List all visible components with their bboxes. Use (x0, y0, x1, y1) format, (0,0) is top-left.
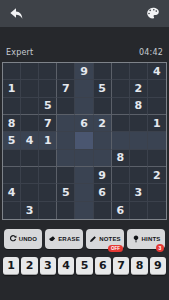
board-cell-r8c8[interactable]: 3 (130, 184, 148, 201)
board-cell-r2c2[interactable] (21, 80, 39, 97)
board-cell-r9c3[interactable] (39, 202, 57, 219)
hints-count-badge: 3 (156, 244, 164, 252)
board-cell-r8c1[interactable]: 4 (3, 184, 21, 201)
board-cell-r3c4[interactable] (57, 98, 75, 115)
board-cell-r9c2[interactable]: 3 (21, 202, 39, 219)
board-cell-r2c8[interactable]: 2 (130, 80, 148, 97)
hints-button[interactable]: HINTS 3 (127, 229, 165, 249)
board-cell-r6c3[interactable] (39, 150, 57, 167)
numpad-button-7[interactable]: 7 (113, 257, 129, 275)
board-cell-r7c9[interactable]: 2 (148, 167, 166, 184)
board-cell-r2c4[interactable]: 7 (57, 80, 75, 97)
board-cell-r5c1[interactable]: 5 (3, 132, 21, 149)
top-bar (0, 0, 169, 27)
numpad: 123456789 (0, 257, 169, 276)
erase-label: ERASE (58, 236, 80, 242)
board-cell-r9c8[interactable] (130, 202, 148, 219)
numpad-button-6[interactable]: 6 (95, 257, 111, 275)
board-cell-r5c9[interactable] (148, 132, 166, 149)
notes-button[interactable]: NOTES OFF (86, 229, 124, 249)
theme-button[interactable] (145, 6, 161, 22)
back-arrow-icon (9, 7, 23, 20)
board-cell-r8c9[interactable] (148, 184, 166, 201)
board-cell-r3c3[interactable]: 5 (39, 98, 57, 115)
board-cell-r8c5[interactable] (75, 184, 93, 201)
board-cell-r4c4[interactable] (57, 115, 75, 132)
back-button[interactable] (8, 6, 24, 22)
board-cell-r5c3[interactable]: 1 (39, 132, 57, 149)
board-cell-r7c2[interactable] (21, 167, 39, 184)
status-row: Expert 04:42 (0, 46, 169, 58)
board-cell-r2c3[interactable] (39, 80, 57, 97)
board-cell-r7c7[interactable] (112, 167, 130, 184)
board-cell-r1c2[interactable] (21, 63, 39, 80)
erase-button[interactable]: ERASE (45, 229, 83, 249)
sudoku-board: 9417525887621541892456336 (2, 62, 167, 220)
board-cell-r7c5[interactable] (75, 167, 93, 184)
board-cell-r6c6[interactable] (94, 150, 112, 167)
board-cell-r1c8[interactable] (130, 63, 148, 80)
board-cell-r6c7[interactable]: 8 (112, 150, 130, 167)
board-cell-r5c7[interactable] (112, 132, 130, 149)
board-cell-r6c5[interactable] (75, 150, 93, 167)
board-cell-r8c7[interactable] (112, 184, 130, 201)
board-cell-r9c5[interactable] (75, 202, 93, 219)
board-cell-r7c3[interactable] (39, 167, 57, 184)
board-cell-r4c3[interactable]: 7 (39, 115, 57, 132)
board-cell-r3c2[interactable] (21, 98, 39, 115)
numpad-button-2[interactable]: 2 (21, 257, 37, 275)
board-cell-r9c1[interactable] (3, 202, 21, 219)
board-cell-r4c9[interactable]: 1 (148, 115, 166, 132)
board-cell-r2c5[interactable] (75, 80, 93, 97)
board-cell-r2c1[interactable]: 1 (3, 80, 21, 97)
board-cell-r2c6[interactable]: 5 (94, 80, 112, 97)
board-cell-r3c6[interactable] (94, 98, 112, 115)
toolbar: UNDO ERASE NOTES OFF HINTS 3 (0, 229, 169, 250)
board-cell-r7c6[interactable]: 9 (94, 167, 112, 184)
pencil-icon (89, 235, 97, 243)
board-cell-r6c9[interactable] (148, 150, 166, 167)
board-cell-r3c8[interactable]: 8 (130, 98, 148, 115)
numpad-button-4[interactable]: 4 (58, 257, 74, 275)
numpad-button-8[interactable]: 8 (131, 257, 147, 275)
board-cell-r3c9[interactable] (148, 98, 166, 115)
notes-off-badge: OFF (108, 245, 123, 252)
board-cell-r9c9[interactable] (148, 202, 166, 219)
board-cell-r9c4[interactable] (57, 202, 75, 219)
board-cell-r7c1[interactable] (3, 167, 21, 184)
palette-icon (146, 7, 160, 20)
numpad-button-1[interactable]: 1 (3, 257, 19, 275)
board-cell-r4c1[interactable]: 8 (3, 115, 21, 132)
board-cell-r3c1[interactable] (3, 98, 21, 115)
board-cell-r1c5[interactable]: 9 (75, 63, 93, 80)
board-cell-r3c7[interactable] (112, 98, 130, 115)
board-cell-r9c7[interactable]: 6 (112, 202, 130, 219)
board-cell-r1c3[interactable] (39, 63, 57, 80)
board-cell-r3c5[interactable] (75, 98, 93, 115)
board-cell-r8c2[interactable] (21, 184, 39, 201)
board-cell-r1c6[interactable] (94, 63, 112, 80)
board-cell-r6c4[interactable] (57, 150, 75, 167)
board-cell-r5c5[interactable] (75, 132, 93, 149)
board-cell-r5c4[interactable] (57, 132, 75, 149)
board-cell-r4c2[interactable] (21, 115, 39, 132)
board-cell-r1c9[interactable]: 4 (148, 63, 166, 80)
board-cell-r6c2[interactable] (21, 150, 39, 167)
board-cell-r2c9[interactable] (148, 80, 166, 97)
board-cell-r7c8[interactable] (130, 167, 148, 184)
board-cell-r4c8[interactable] (130, 115, 148, 132)
numpad-button-3[interactable]: 3 (40, 257, 56, 275)
board-cell-r1c1[interactable] (3, 63, 21, 80)
lightbulb-icon (132, 235, 140, 243)
board-cell-r5c2[interactable]: 4 (21, 132, 39, 149)
board-cell-r1c7[interactable] (112, 63, 130, 80)
board-cell-r2c7[interactable] (112, 80, 130, 97)
board-cell-r4c7[interactable] (112, 115, 130, 132)
notes-label: NOTES (99, 236, 121, 242)
undo-label: UNDO (19, 236, 37, 242)
board-cell-r6c1[interactable] (3, 150, 21, 167)
board-cell-r8c6[interactable]: 6 (94, 184, 112, 201)
numpad-button-5[interactable]: 5 (76, 257, 92, 275)
board-cell-r1c4[interactable] (57, 63, 75, 80)
undo-icon (9, 235, 17, 243)
board-cell-r4c6[interactable]: 2 (94, 115, 112, 132)
difficulty-label: Expert (6, 48, 33, 57)
numpad-button-9[interactable]: 9 (150, 257, 166, 275)
board-cell-r7c4[interactable] (57, 167, 75, 184)
timer: 04:42 (139, 48, 163, 57)
undo-button[interactable]: UNDO (4, 229, 42, 249)
board-cell-r8c4[interactable]: 5 (57, 184, 75, 201)
board-cell-r8c3[interactable] (39, 184, 57, 201)
board-cell-r9c6[interactable] (94, 202, 112, 219)
hints-label: HINTS (142, 236, 161, 242)
board-cell-r5c8[interactable] (130, 132, 148, 149)
eraser-icon (48, 235, 56, 243)
board-cell-r6c8[interactable] (130, 150, 148, 167)
board-cell-r4c5[interactable]: 6 (75, 115, 93, 132)
board-cell-r5c6[interactable] (94, 132, 112, 149)
